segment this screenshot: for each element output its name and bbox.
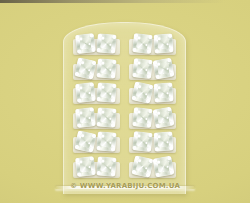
earring-stud <box>152 106 174 128</box>
earring-stud <box>152 57 174 79</box>
earring-pad <box>128 31 177 55</box>
earring-pad <box>128 56 177 80</box>
photo-top-edge <box>0 0 250 3</box>
earring-stud <box>96 156 117 177</box>
earring-stud <box>75 156 96 177</box>
earring-stud <box>132 107 153 128</box>
earring-stud <box>74 57 97 80</box>
earring-stud <box>96 58 117 79</box>
earring-pad <box>128 154 177 178</box>
earring-stud <box>75 33 96 54</box>
earring-pad <box>72 31 121 55</box>
earring-stud <box>131 155 154 178</box>
pad-grid <box>68 31 181 178</box>
earring-display-stand <box>63 22 186 194</box>
earring-stud <box>96 82 117 103</box>
earring-stud <box>96 33 117 54</box>
earring-stud <box>75 107 96 128</box>
earring-pad <box>72 154 121 178</box>
earring-stud <box>152 155 174 177</box>
watermark-text: © WWW.YARABIJU.COM.UA <box>0 182 250 190</box>
earring-pad <box>128 105 177 129</box>
photo-background: © WWW.YARABIJU.COM.UA <box>0 0 250 203</box>
earring-stud <box>74 130 97 153</box>
earring-stud <box>96 107 117 128</box>
earring-stud <box>153 132 173 152</box>
earring-stud <box>132 33 153 54</box>
earring-pad <box>72 129 121 153</box>
earring-stud <box>131 81 154 104</box>
earring-pad <box>128 80 177 104</box>
earring-pad <box>72 105 121 129</box>
earring-stud <box>153 83 173 103</box>
earring-stud <box>132 131 153 152</box>
earring-stud <box>96 131 117 152</box>
earring-stud <box>132 58 153 79</box>
earring-stud <box>153 34 173 54</box>
earring-pad <box>72 80 121 104</box>
earring-pad <box>72 56 121 80</box>
earring-stud <box>75 82 96 103</box>
earring-pad <box>128 129 177 153</box>
